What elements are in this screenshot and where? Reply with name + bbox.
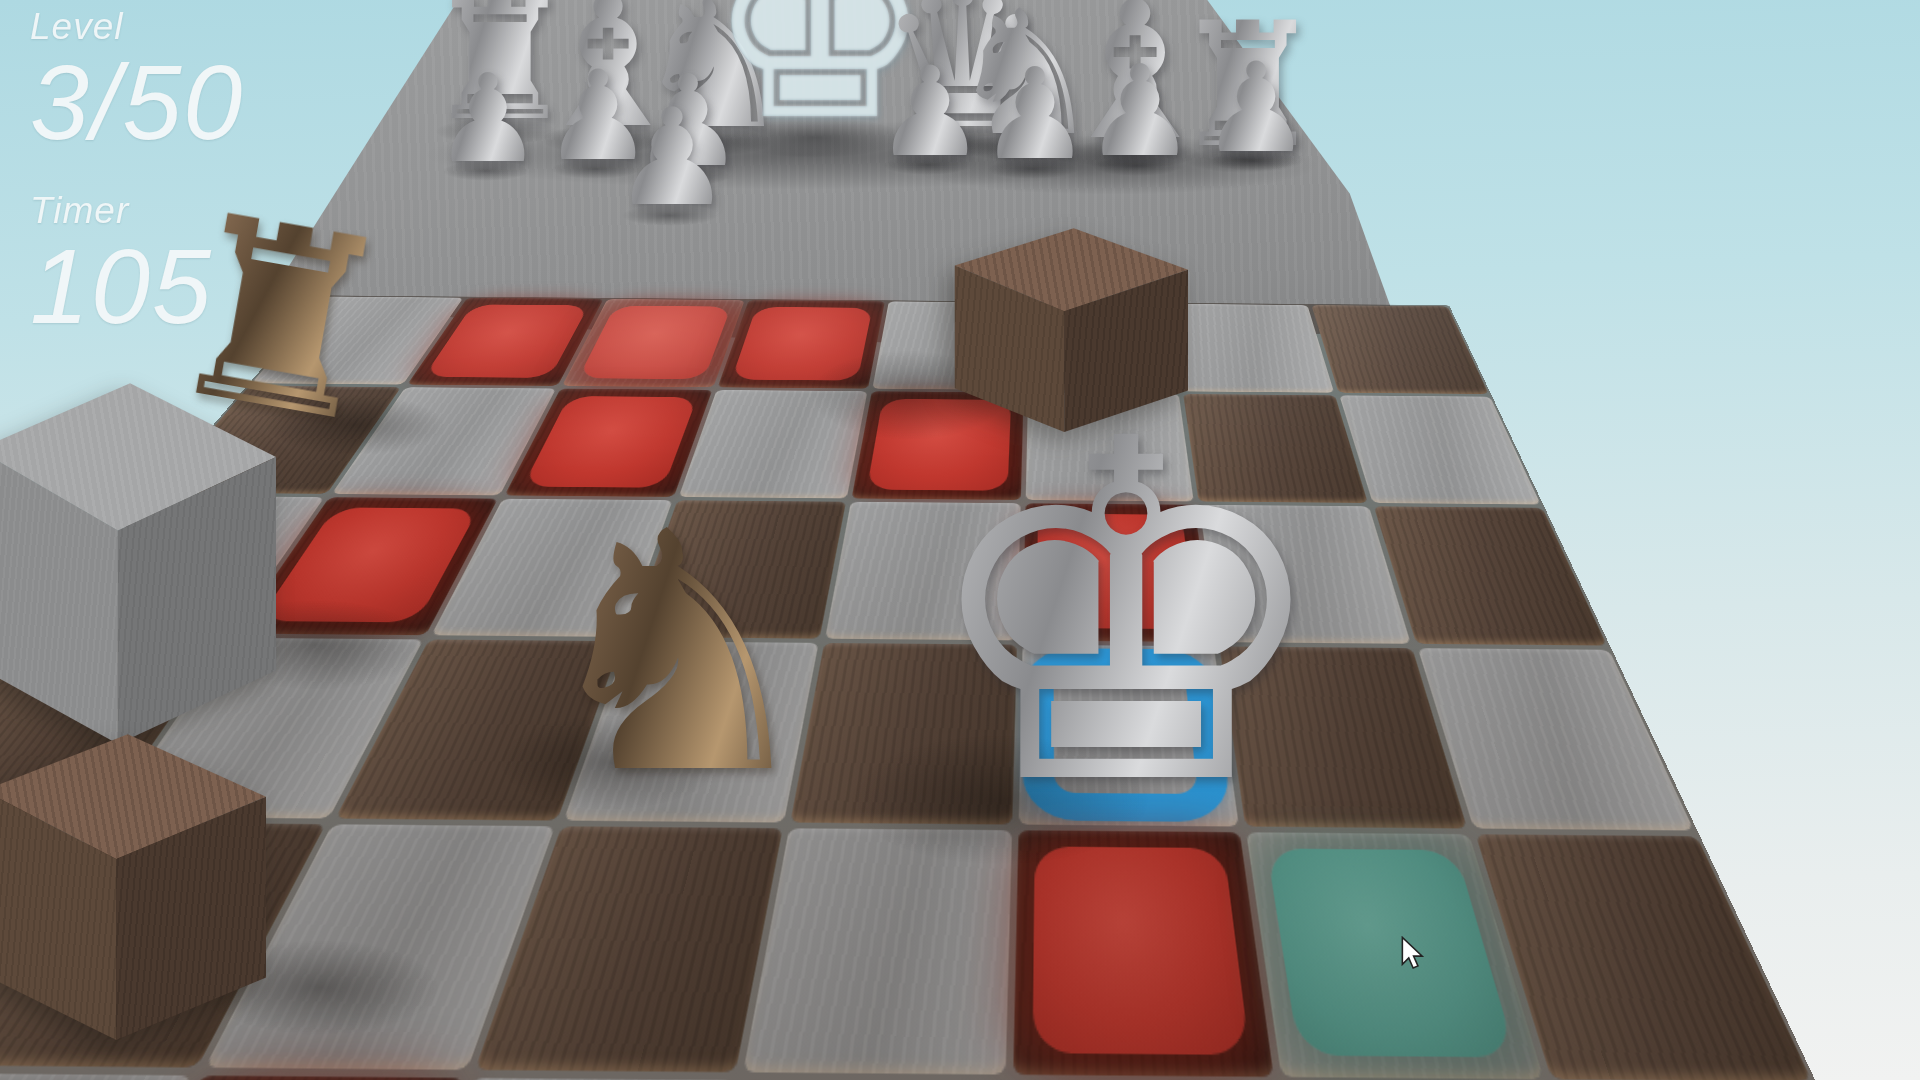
silver-king[interactable]: ♚: [891, 380, 1361, 850]
timer-label: Timer: [30, 190, 244, 232]
bronze-knight[interactable]: ♞: [512, 489, 842, 819]
silver-pawn: ♟: [1194, 46, 1318, 170]
cell-r3c8[interactable]: [1373, 507, 1607, 646]
cell-r2c8[interactable]: [1339, 395, 1541, 505]
timer-value: 105: [30, 232, 244, 340]
level-value: 3/50: [30, 48, 244, 156]
silver-pawn: ♟: [605, 91, 739, 225]
silver-pawn: ♟: [1077, 49, 1203, 175]
silver-pawn: ♟: [427, 58, 549, 180]
mouse-cursor-icon: [1398, 936, 1428, 970]
wood-cube: [0, 728, 266, 1040]
hud: Level 3/50 Timer 105: [30, 6, 244, 340]
red-hazard-overlay: [578, 305, 731, 379]
game-screen: { "game": "3D chess puzzle (king-surviva…: [0, 0, 1920, 1080]
level-label: Level: [30, 6, 244, 48]
cell-r6c2[interactable]: [0, 1074, 193, 1080]
